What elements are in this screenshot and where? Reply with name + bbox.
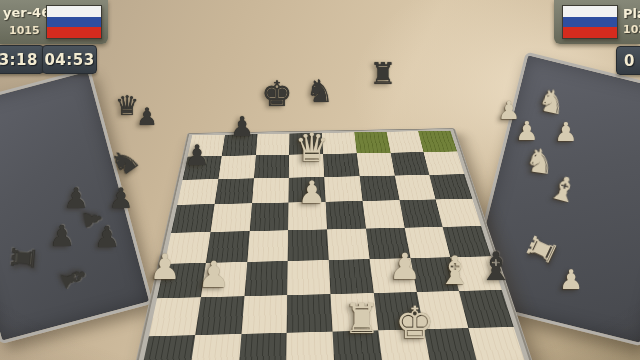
captured-black-pawn: ♟ xyxy=(49,222,75,251)
square-a1[interactable] xyxy=(139,335,195,360)
square-h2[interactable] xyxy=(459,290,514,329)
right-player-panel: Pla 1034 xyxy=(554,0,640,44)
square-b6[interactable] xyxy=(214,178,253,204)
piece-white-queen-d5[interactable]: ♛ xyxy=(295,128,330,167)
piece-white-bishop-g2[interactable]: ♝ xyxy=(438,251,473,290)
square-h7[interactable] xyxy=(424,151,465,174)
captured-black-pawn: ♟ xyxy=(108,185,133,213)
square-h8[interactable] xyxy=(418,131,457,152)
piece-white-rook-e1[interactable]: ♜ xyxy=(344,299,381,340)
russia-flag-icon xyxy=(562,5,618,39)
left-player-panel: yer-460 1015 xyxy=(0,0,108,44)
left-secondary-clock: 04:53 xyxy=(42,45,97,74)
square-b5[interactable] xyxy=(210,203,251,232)
piece-black-knight-d7[interactable]: ♞ xyxy=(306,76,334,107)
square-h5[interactable] xyxy=(436,199,481,227)
square-a6[interactable] xyxy=(177,179,218,205)
left-clock-time: 3:18 xyxy=(0,51,38,69)
square-d1[interactable] xyxy=(286,332,335,360)
piece-white-pawn-a2[interactable]: ♟ xyxy=(149,250,180,285)
square-c5[interactable] xyxy=(249,203,288,232)
captured-white-pawn: ♟ xyxy=(554,119,577,145)
square-c6[interactable] xyxy=(252,177,289,203)
square-f6[interactable] xyxy=(359,175,399,201)
piece-white-pawn-b2[interactable]: ♟ xyxy=(198,257,230,293)
square-f7[interactable] xyxy=(357,153,395,176)
square-c8[interactable] xyxy=(256,134,290,156)
square-d2[interactable] xyxy=(287,294,333,333)
square-d3[interactable] xyxy=(287,260,330,295)
square-e5[interactable] xyxy=(326,201,366,229)
square-b7[interactable] xyxy=(218,155,255,179)
square-h1[interactable] xyxy=(469,327,528,360)
square-c4[interactable] xyxy=(247,230,288,262)
square-e3[interactable] xyxy=(329,259,374,294)
captured-black-pawn: ♟ xyxy=(94,223,120,252)
square-c7[interactable] xyxy=(254,155,290,179)
square-h6[interactable] xyxy=(429,174,472,200)
captured-black-rook: ♜ xyxy=(7,243,40,273)
square-c3[interactable] xyxy=(244,261,288,296)
square-e4[interactable] xyxy=(327,229,369,260)
left-player-rating: 1015 xyxy=(9,24,40,37)
square-d4[interactable] xyxy=(288,229,329,260)
left-secondary-time: 04:53 xyxy=(44,51,94,69)
piece-white-pawn-d4[interactable]: ♟ xyxy=(298,177,326,208)
square-g8[interactable] xyxy=(386,131,423,152)
square-b1[interactable] xyxy=(189,334,241,360)
russia-flag-icon xyxy=(46,5,102,39)
right-player-clock: 0 xyxy=(616,46,640,75)
square-a2[interactable] xyxy=(149,297,201,336)
square-c2[interactable] xyxy=(241,295,287,334)
piece-black-pawn-a5[interactable]: ♟ xyxy=(184,142,209,170)
piece-black-bishop-h2[interactable]: ♝ xyxy=(479,247,514,286)
right-player-name: Pla xyxy=(623,6,640,21)
square-b2[interactable] xyxy=(195,296,244,335)
square-a5[interactable] xyxy=(171,204,214,233)
piece-white-pawn-f2[interactable]: ♟ xyxy=(389,249,421,285)
piece-black-rook-f8[interactable]: ♜ xyxy=(370,59,397,89)
left-player-clock: 3:18 xyxy=(0,45,44,74)
right-clock-time: 0 xyxy=(624,52,635,70)
square-f8[interactable] xyxy=(354,132,390,153)
piece-black-pawn-b6[interactable]: ♟ xyxy=(230,113,254,140)
captured-white-pawn: ♟ xyxy=(559,266,583,293)
square-e6[interactable] xyxy=(324,176,362,202)
square-c1[interactable] xyxy=(238,333,287,360)
square-f5[interactable] xyxy=(362,200,404,228)
right-player-rating: 1034 xyxy=(623,23,640,36)
piece-white-king-f1[interactable]: ♚ xyxy=(395,301,434,345)
captured-black-pawn: ♟ xyxy=(136,105,158,129)
piece-black-king-c7[interactable]: ♚ xyxy=(261,77,292,112)
